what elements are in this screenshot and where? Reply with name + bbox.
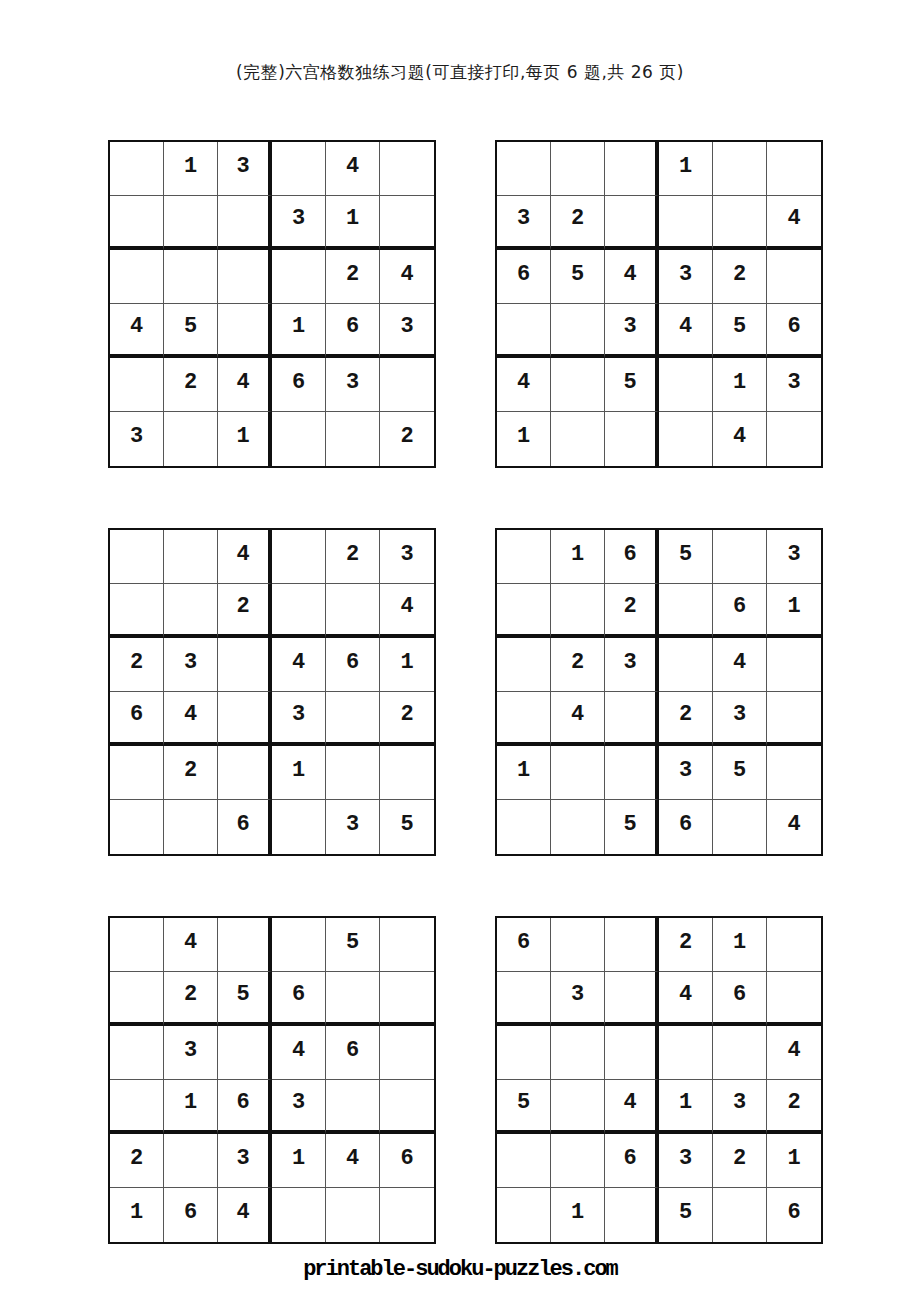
puzzle-6-cell-r1c4: 2 [659,918,713,972]
puzzle-5-cell-r5c5: 4 [326,1134,380,1188]
puzzle-4-cell-r5c4: 3 [659,746,713,800]
puzzle-5-cell-r5c1: 2 [110,1134,164,1188]
puzzle-4-cell-r2c4 [659,584,713,638]
puzzle-1-cell-r1c2: 1 [164,142,218,196]
puzzle-1-cell-r3c6: 4 [380,250,434,304]
puzzle-2-cell-r1c5 [713,142,767,196]
puzzle-5-cell-r5c6: 6 [380,1134,434,1188]
puzzle-3-cell-r6c6: 5 [380,800,434,854]
puzzle-5-cell-r2c5 [326,972,380,1026]
puzzle-2-cell-r1c1 [497,142,551,196]
puzzle-6-cell-r6c3 [605,1188,659,1242]
puzzle-4-cell-r2c6: 1 [767,584,821,638]
puzzle-6-cell-r5c6: 1 [767,1134,821,1188]
puzzle-1-cell-r6c2 [164,412,218,466]
puzzle-2-cell-r6c5: 4 [713,412,767,466]
puzzle-5-cell-r2c1 [110,972,164,1026]
puzzle-4-cell-r2c3: 2 [605,584,659,638]
sudoku-board-1: 1343124451632463312 [108,140,436,468]
puzzle-5-cell-r6c6 [380,1188,434,1242]
puzzle-6-cell-r2c3 [605,972,659,1026]
puzzle-2-cell-r4c3: 3 [605,304,659,358]
puzzle-4-cell-r3c3: 3 [605,638,659,692]
puzzle-3-cell-r3c3 [218,638,272,692]
puzzle-5-cell-r1c6 [380,918,434,972]
puzzle-1-cell-r6c1: 3 [110,412,164,466]
puzzle-2-cell-r6c6 [767,412,821,466]
puzzle-1-cell-r2c3 [218,196,272,250]
puzzle-4-cell-r3c4 [659,638,713,692]
puzzle-2-cell-r4c6: 6 [767,304,821,358]
puzzle-1-cell-r6c6: 2 [380,412,434,466]
puzzle-2-cell-r6c2 [551,412,605,466]
puzzle-3-cell-r4c3 [218,692,272,746]
puzzle-6-cell-r2c6 [767,972,821,1026]
page-title: (完整)六宫格数独练习题(可直接打印,每页 6 题,共 26 页) [0,60,920,84]
puzzle-5-cell-r5c3: 3 [218,1134,272,1188]
puzzle-1-cell-r4c6: 3 [380,304,434,358]
puzzle-3-cell-r6c4 [272,800,326,854]
puzzle-3-cell-r1c1 [110,530,164,584]
puzzle-3-cell-r1c5: 2 [326,530,380,584]
puzzle-3-cell-r5c4: 1 [272,746,326,800]
puzzle-2-cell-r2c6: 4 [767,196,821,250]
puzzle-1-cell-r2c2 [164,196,218,250]
puzzle-6-cell-r4c3: 4 [605,1080,659,1134]
puzzle-1-cell-r1c1 [110,142,164,196]
puzzle-2-cell-r5c6: 3 [767,358,821,412]
puzzle-6-cell-r1c1: 6 [497,918,551,972]
puzzle-3-cell-r1c3: 4 [218,530,272,584]
puzzle-4-cell-r2c2 [551,584,605,638]
puzzle-3-cell-r5c5 [326,746,380,800]
puzzle-1-cell-r5c2: 2 [164,358,218,412]
puzzle-1-cell-r2c6 [380,196,434,250]
puzzle-2-cell-r2c3 [605,196,659,250]
puzzle-2-cell-r4c1 [497,304,551,358]
puzzle-1-cell-r5c4: 6 [272,358,326,412]
puzzle-2-cell-r6c4 [659,412,713,466]
puzzle-2-cell-r1c3 [605,142,659,196]
puzzle-6-cell-r5c3: 6 [605,1134,659,1188]
puzzle-6-cell-r3c4 [659,1026,713,1080]
puzzle-3-cell-r1c2 [164,530,218,584]
puzzle-3-cell-r5c3 [218,746,272,800]
puzzle-6-cell-r3c1 [497,1026,551,1080]
puzzle-4-cell-r2c1 [497,584,551,638]
puzzle-6-cell-r5c1 [497,1134,551,1188]
sudoku-board-2: 1324654323456451314 [495,140,823,468]
puzzle-1-cell-r5c5: 3 [326,358,380,412]
puzzle-5-cell-r6c1: 1 [110,1188,164,1242]
puzzle-4-cell-r5c1: 1 [497,746,551,800]
puzzle-2-cell-r2c5 [713,196,767,250]
puzzle-6-cell-r4c5: 3 [713,1080,767,1134]
puzzle-3-cell-r3c1: 2 [110,638,164,692]
puzzle-3-cell-r1c6: 3 [380,530,434,584]
puzzle-3-cell-r5c2: 2 [164,746,218,800]
puzzle-6-cell-r6c5 [713,1188,767,1242]
puzzle-4-cell-r6c3: 5 [605,800,659,854]
puzzle-1-cell-r6c5 [326,412,380,466]
puzzle-4-cell-r5c5: 5 [713,746,767,800]
puzzle-4-cell-r3c1 [497,638,551,692]
sudoku-board-4: 1653261234423135564 [495,528,823,856]
puzzle-2-cell-r1c6 [767,142,821,196]
puzzle-6-cell-r6c2: 1 [551,1188,605,1242]
puzzle-6-cell-r4c2 [551,1080,605,1134]
puzzle-4-cell-r3c5: 4 [713,638,767,692]
puzzle-5-cell-r3c3 [218,1026,272,1080]
puzzle-2-cell-r1c2 [551,142,605,196]
puzzle-4-cell-r6c5 [713,800,767,854]
puzzle-6-cell-r4c1: 5 [497,1080,551,1134]
puzzle-4-cell-r4c2: 4 [551,692,605,746]
puzzle-6-cell-r2c5: 6 [713,972,767,1026]
puzzle-4-cell-r6c2 [551,800,605,854]
puzzle-5-cell-r3c5: 6 [326,1026,380,1080]
puzzle-5-cell-r1c2: 4 [164,918,218,972]
puzzle-3-cell-r4c2: 4 [164,692,218,746]
puzzle-5-cell-r2c6 [380,972,434,1026]
puzzle-5-cell-r2c3: 5 [218,972,272,1026]
puzzle-3-cell-r2c6: 4 [380,584,434,638]
puzzle-5-cell-r2c2: 2 [164,972,218,1026]
puzzle-1-cell-r3c1 [110,250,164,304]
puzzle-6-cell-r3c6: 4 [767,1026,821,1080]
puzzle-6-cell-r5c4: 3 [659,1134,713,1188]
puzzle-1-cell-r1c4 [272,142,326,196]
puzzle-5-cell-r4c2: 1 [164,1080,218,1134]
puzzle-2-cell-r1c4: 1 [659,142,713,196]
puzzle-6-cell-r6c6: 6 [767,1188,821,1242]
puzzle-3-cell-r5c1 [110,746,164,800]
sudoku-board-6: 6213464541326321156 [495,916,823,1244]
puzzle-5-cell-r4c4: 3 [272,1080,326,1134]
puzzle-2-cell-r5c3: 5 [605,358,659,412]
puzzle-4-cell-r1c4: 5 [659,530,713,584]
puzzle-1-cell-r5c6 [380,358,434,412]
puzzle-1-cell-r6c4 [272,412,326,466]
puzzle-2-cell-r4c4: 4 [659,304,713,358]
puzzle-5-cell-r1c4 [272,918,326,972]
puzzle-1-cell-r4c4: 1 [272,304,326,358]
puzzle-2-cell-r3c3: 4 [605,250,659,304]
puzzle-6-cell-r1c5: 1 [713,918,767,972]
puzzle-4-cell-r5c3 [605,746,659,800]
puzzle-5-cell-r3c1 [110,1026,164,1080]
puzzle-4-cell-r1c6: 3 [767,530,821,584]
puzzle-4-cell-r2c5: 6 [713,584,767,638]
puzzle-2-cell-r4c2 [551,304,605,358]
puzzle-4-cell-r1c3: 6 [605,530,659,584]
puzzle-6-cell-r3c3 [605,1026,659,1080]
puzzle-6-cell-r6c4: 5 [659,1188,713,1242]
puzzle-2-cell-r6c1: 1 [497,412,551,466]
puzzle-5-cell-r1c5: 5 [326,918,380,972]
puzzle-5-cell-r3c2: 3 [164,1026,218,1080]
puzzle-3-cell-r3c5: 6 [326,638,380,692]
puzzle-3-cell-r2c5 [326,584,380,638]
puzzle-2-cell-r3c5: 2 [713,250,767,304]
puzzle-5-cell-r3c4: 4 [272,1026,326,1080]
puzzle-6-cell-r1c6 [767,918,821,972]
puzzle-5-cell-r6c3: 4 [218,1188,272,1242]
puzzle-1-cell-r3c4 [272,250,326,304]
puzzle-2-cell-r3c2: 5 [551,250,605,304]
puzzle-3-cell-r2c3: 2 [218,584,272,638]
puzzle-4-cell-r1c1 [497,530,551,584]
puzzle-5-cell-r6c2: 6 [164,1188,218,1242]
puzzle-3-cell-r6c3: 6 [218,800,272,854]
puzzle-5-cell-r3c6 [380,1026,434,1080]
puzzle-6-cell-r2c4: 4 [659,972,713,1026]
puzzle-3-cell-r6c1 [110,800,164,854]
puzzle-2-cell-r5c1: 4 [497,358,551,412]
puzzle-6-cell-r6c1 [497,1188,551,1242]
puzzle-5-cell-r2c4: 6 [272,972,326,1026]
puzzle-4-cell-r4c4: 2 [659,692,713,746]
puzzle-5-cell-r5c4: 1 [272,1134,326,1188]
sudoku-board-5: 4525634616323146164 [108,916,436,1244]
puzzle-3-cell-r4c1: 6 [110,692,164,746]
puzzle-6-cell-r4c4: 1 [659,1080,713,1134]
puzzle-5-cell-r6c5 [326,1188,380,1242]
puzzle-3-cell-r2c1 [110,584,164,638]
puzzle-1-cell-r3c3 [218,250,272,304]
puzzle-2-cell-r2c4 [659,196,713,250]
puzzle-4-cell-r4c5: 3 [713,692,767,746]
puzzle-1-cell-r2c5: 1 [326,196,380,250]
puzzle-4-cell-r1c5 [713,530,767,584]
puzzle-4-cell-r5c6 [767,746,821,800]
puzzle-6-cell-r2c2: 3 [551,972,605,1026]
puzzle-3-cell-r5c6 [380,746,434,800]
puzzle-2-cell-r4c5: 5 [713,304,767,358]
puzzle-2-cell-r3c6 [767,250,821,304]
puzzle-5-cell-r4c3: 6 [218,1080,272,1134]
puzzle-4-cell-r5c2 [551,746,605,800]
puzzle-2-cell-r2c2: 2 [551,196,605,250]
puzzle-5-cell-r4c6 [380,1080,434,1134]
puzzle-5-cell-r5c2 [164,1134,218,1188]
puzzle-6-cell-r5c5: 2 [713,1134,767,1188]
puzzle-2-cell-r5c5: 1 [713,358,767,412]
puzzle-3-cell-r2c4 [272,584,326,638]
puzzle-4-cell-r4c6 [767,692,821,746]
puzzle-1-cell-r1c3: 3 [218,142,272,196]
puzzle-2-cell-r3c4: 3 [659,250,713,304]
puzzle-4-cell-r6c6: 4 [767,800,821,854]
puzzle-3-cell-r6c2 [164,800,218,854]
puzzle-1-cell-r3c5: 2 [326,250,380,304]
puzzle-1-cell-r2c4: 3 [272,196,326,250]
puzzle-2-cell-r2c1: 3 [497,196,551,250]
puzzle-1-cell-r1c6 [380,142,434,196]
puzzle-6-cell-r5c2 [551,1134,605,1188]
puzzle-1-cell-r4c1: 4 [110,304,164,358]
puzzle-4-cell-r4c1 [497,692,551,746]
puzzle-5-cell-r1c1 [110,918,164,972]
puzzle-1-cell-r4c5: 6 [326,304,380,358]
puzzle-3-cell-r4c6: 2 [380,692,434,746]
puzzle-3-cell-r1c4 [272,530,326,584]
puzzle-3-cell-r6c5: 3 [326,800,380,854]
puzzle-4-cell-r6c4: 6 [659,800,713,854]
puzzle-6-cell-r1c2 [551,918,605,972]
puzzle-6-cell-r2c1 [497,972,551,1026]
puzzle-1-cell-r1c5: 4 [326,142,380,196]
puzzle-1-cell-r2c1 [110,196,164,250]
puzzle-5-cell-r4c5 [326,1080,380,1134]
puzzle-2-cell-r5c2 [551,358,605,412]
puzzle-5-cell-r4c1 [110,1080,164,1134]
puzzle-6-cell-r3c5 [713,1026,767,1080]
puzzle-4-cell-r6c1 [497,800,551,854]
puzzle-6-cell-r4c6: 2 [767,1080,821,1134]
puzzle-4-cell-r4c3 [605,692,659,746]
puzzle-1-cell-r6c3: 1 [218,412,272,466]
puzzle-1-cell-r3c2 [164,250,218,304]
puzzle-3-cell-r3c6: 1 [380,638,434,692]
puzzle-2-cell-r3c1: 6 [497,250,551,304]
footer-site-url: printable-sudoku-puzzles.com [0,1257,920,1282]
puzzle-6-cell-r1c3 [605,918,659,972]
puzzle-3-cell-r2c2 [164,584,218,638]
puzzle-1-cell-r5c3: 4 [218,358,272,412]
puzzle-1-cell-r5c1 [110,358,164,412]
puzzle-4-cell-r3c2: 2 [551,638,605,692]
puzzle-3-cell-r3c4: 4 [272,638,326,692]
sudoku-board-3: 4232423461643221635 [108,528,436,856]
puzzle-5-cell-r1c3 [218,918,272,972]
puzzle-3-cell-r4c4: 3 [272,692,326,746]
puzzle-3-cell-r4c5 [326,692,380,746]
puzzle-4-cell-r3c6 [767,638,821,692]
puzzle-4-cell-r1c2: 1 [551,530,605,584]
puzzle-6-cell-r3c2 [551,1026,605,1080]
puzzle-2-cell-r6c3 [605,412,659,466]
puzzle-2-cell-r5c4 [659,358,713,412]
puzzle-5-cell-r6c4 [272,1188,326,1242]
puzzle-1-cell-r4c3 [218,304,272,358]
puzzle-3-cell-r3c2: 3 [164,638,218,692]
puzzle-1-cell-r4c2: 5 [164,304,218,358]
